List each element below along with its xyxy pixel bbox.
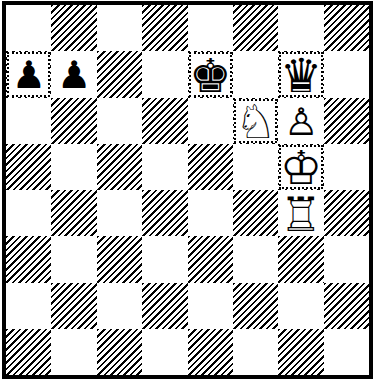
square-a3 (6, 236, 51, 282)
square-a1 (6, 329, 51, 375)
square-g5: ♔ (278, 144, 323, 190)
square-e4 (188, 190, 233, 236)
square-a2 (6, 283, 51, 329)
black-pawn-a7: ♟ (12, 56, 46, 94)
square-a5 (6, 144, 51, 190)
square-g7: ♛ (278, 51, 323, 97)
piece-halo-g5: ♔ (279, 145, 322, 189)
square-g1 (278, 329, 323, 375)
square-d3 (142, 236, 187, 282)
square-f5 (233, 144, 278, 190)
white-king-g5: ♔ (280, 144, 322, 190)
square-c6 (97, 98, 142, 144)
square-g4: ♖ (278, 190, 323, 236)
square-g6: ♙ (278, 98, 323, 144)
square-f7 (233, 51, 278, 97)
square-h3 (324, 236, 369, 282)
square-h4 (324, 190, 369, 236)
black-king-e7: ♚ (189, 52, 231, 98)
piece-halo-e7: ♚ (189, 52, 232, 96)
square-d2 (142, 283, 187, 329)
square-f1 (233, 329, 278, 375)
square-b3 (51, 236, 96, 282)
square-a7: ♟ (6, 51, 51, 97)
square-h6 (324, 98, 369, 144)
square-b7: ♟ (51, 51, 96, 97)
piece-halo-g7: ♛ (279, 52, 322, 96)
square-f4 (233, 190, 278, 236)
square-e2 (188, 283, 233, 329)
square-b6 (51, 98, 96, 144)
square-c4 (97, 190, 142, 236)
square-d4 (142, 190, 187, 236)
square-e1 (188, 329, 233, 375)
square-f2 (233, 283, 278, 329)
black-pawn-b7: ♟ (57, 56, 91, 94)
square-c2 (97, 283, 142, 329)
square-d7 (142, 51, 187, 97)
square-c8 (97, 5, 142, 51)
square-c1 (97, 329, 142, 375)
square-h2 (324, 283, 369, 329)
square-b2 (51, 283, 96, 329)
square-d5 (142, 144, 187, 190)
square-h5 (324, 144, 369, 190)
square-h1 (324, 329, 369, 375)
square-c5 (97, 144, 142, 190)
square-b8 (51, 5, 96, 51)
piece-halo-f6: ♘ (234, 99, 277, 143)
square-d6 (142, 98, 187, 144)
square-h7 (324, 51, 369, 97)
white-pawn-g6: ♙ (284, 103, 318, 141)
square-e3 (188, 236, 233, 282)
square-a6 (6, 98, 51, 144)
white-knight-f6: ♘ (235, 98, 277, 144)
square-d1 (142, 329, 187, 375)
square-c7 (97, 51, 142, 97)
square-e5 (188, 144, 233, 190)
piece-halo-a7: ♟ (7, 52, 50, 96)
square-b5 (51, 144, 96, 190)
square-d8 (142, 5, 187, 51)
square-b4 (51, 190, 96, 236)
square-a4 (6, 190, 51, 236)
square-e7: ♚ (188, 51, 233, 97)
square-c3 (97, 236, 142, 282)
white-rook-g4: ♖ (280, 191, 322, 237)
square-f3 (233, 236, 278, 282)
black-queen-g7: ♛ (280, 52, 322, 98)
square-g8 (278, 5, 323, 51)
square-e8 (188, 5, 233, 51)
square-g3 (278, 236, 323, 282)
square-h8 (324, 5, 369, 51)
chess-board: ♟♟♚♛♘♙♔♖ (2, 1, 373, 379)
square-a8 (6, 5, 51, 51)
square-f6: ♘ (233, 98, 278, 144)
square-b1 (51, 329, 96, 375)
square-f8 (233, 5, 278, 51)
square-e6 (188, 98, 233, 144)
square-g2 (278, 283, 323, 329)
